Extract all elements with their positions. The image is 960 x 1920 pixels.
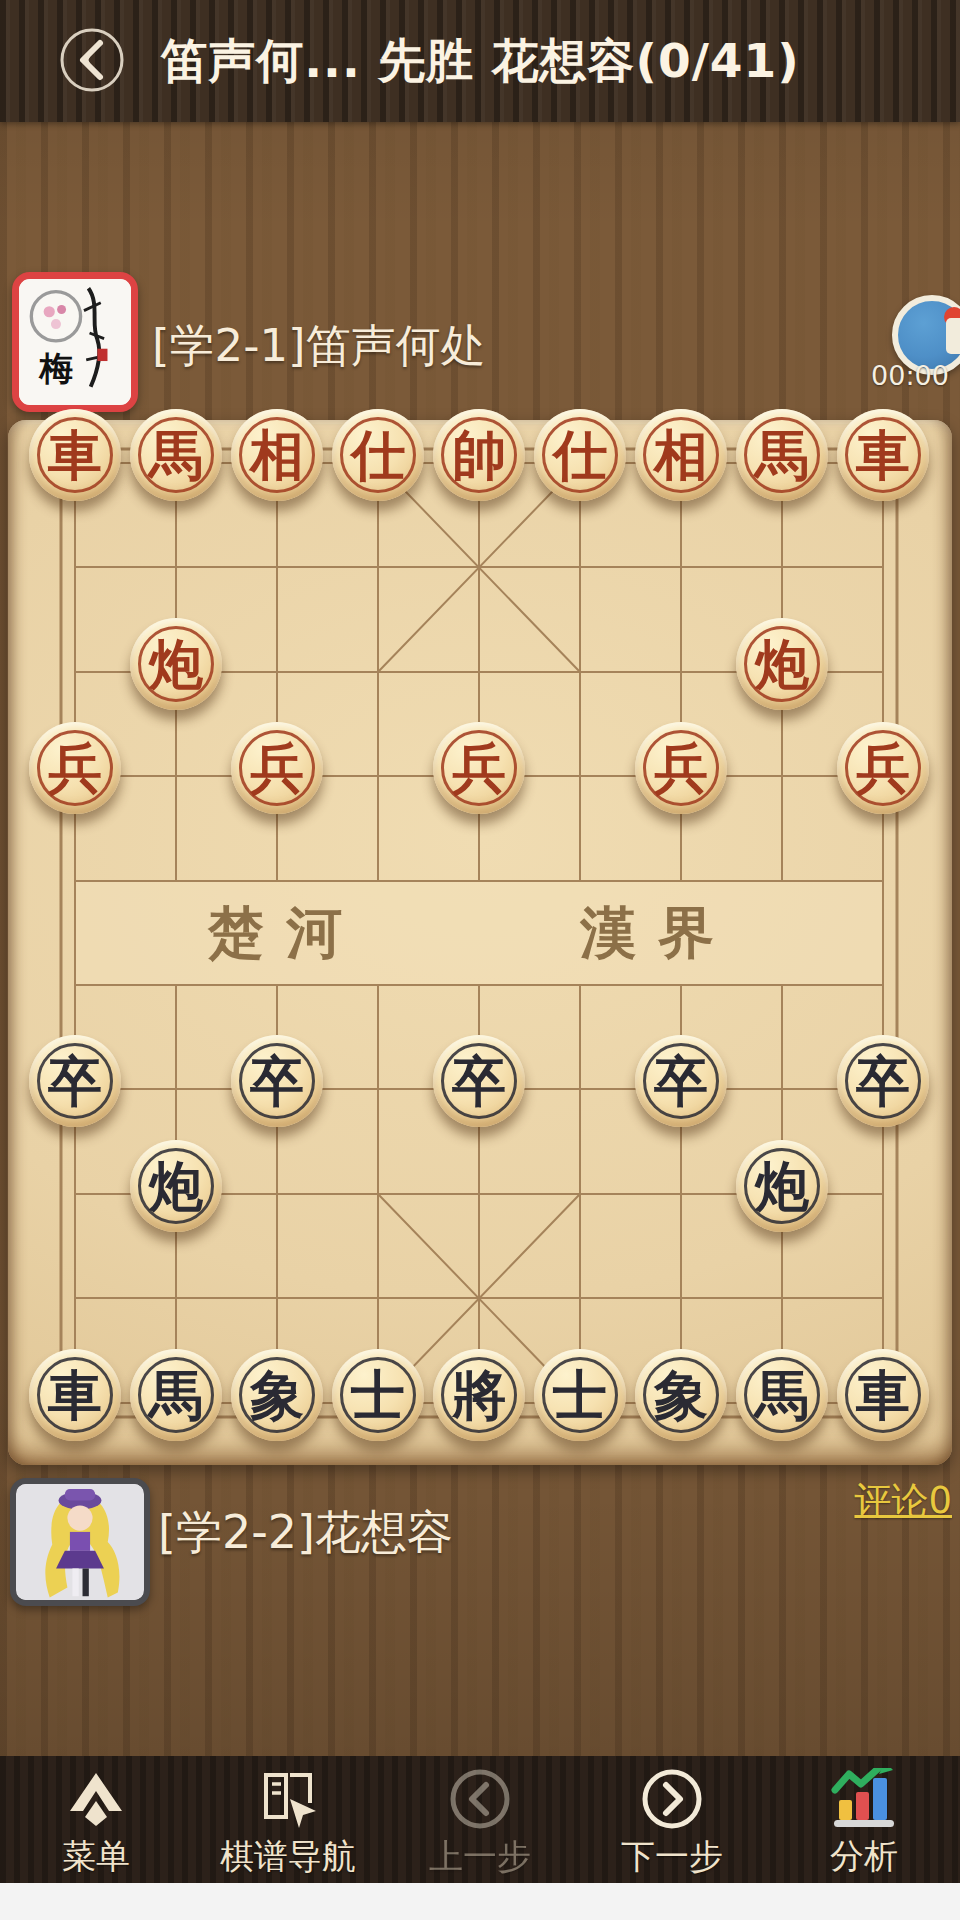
piece-black-cannon[interactable]: 炮 xyxy=(130,1140,222,1232)
nav-analysis-label: 分析 xyxy=(830,1834,898,1880)
bottom-player-avatar[interactable] xyxy=(10,1478,150,1606)
piece-red-advisor[interactable]: 仕 xyxy=(332,409,424,501)
svg-text:梅: 梅 xyxy=(38,348,73,388)
piece-black-rook[interactable]: 車 xyxy=(29,1349,121,1441)
river-label-right: 漢界 xyxy=(579,899,736,965)
book-navigation-icon xyxy=(256,1766,320,1832)
piece-glyph: 象 xyxy=(250,1349,304,1441)
piece-glyph: 兵 xyxy=(452,722,506,814)
piece-glyph: 兵 xyxy=(48,722,102,814)
piece-glyph: 將 xyxy=(452,1349,506,1441)
piece-red-elephant[interactable]: 相 xyxy=(635,409,727,501)
nav-next-step-button[interactable]: 下一步 xyxy=(576,1756,768,1883)
piece-red-horse[interactable]: 馬 xyxy=(130,409,222,501)
piece-black-rook[interactable]: 車 xyxy=(837,1349,929,1441)
title-bar: 笛声何... 先胜 花想容(0/41) xyxy=(0,0,960,122)
piece-red-pawn[interactable]: 兵 xyxy=(433,722,525,814)
piece-black-advisor[interactable]: 士 xyxy=(534,1349,626,1441)
piece-glyph: 兵 xyxy=(654,722,708,814)
plum-blossom-avatar-art: 梅 xyxy=(19,279,131,405)
piece-glyph: 馬 xyxy=(755,1349,809,1441)
piece-glyph: 相 xyxy=(654,409,708,501)
timer-side-tab xyxy=(946,318,960,354)
anime-girl-avatar-art xyxy=(16,1484,144,1600)
nav-previous-step-label: 上一步 xyxy=(429,1834,531,1880)
piece-glyph: 馬 xyxy=(149,409,203,501)
system-gesture-bar xyxy=(0,1883,960,1920)
piece-glyph: 象 xyxy=(654,1349,708,1441)
river-label-left: 楚河 xyxy=(207,899,364,965)
piece-red-horse[interactable]: 馬 xyxy=(736,409,828,501)
xiangqi-board[interactable]: 楚河 漢界 xyxy=(8,420,952,1465)
top-player-name: [学2-1]笛声何处 xyxy=(152,316,486,376)
piece-glyph: 車 xyxy=(48,1349,102,1441)
nav-menu-button[interactable]: 菜单 xyxy=(0,1756,192,1883)
piece-red-cannon[interactable]: 炮 xyxy=(736,618,828,710)
piece-glyph: 卒 xyxy=(48,1035,102,1127)
nav-analysis-button[interactable]: 分析 xyxy=(768,1756,960,1883)
piece-red-pawn[interactable]: 兵 xyxy=(635,722,727,814)
board-grid: 楚河 漢界 xyxy=(8,420,952,1465)
piece-glyph: 士 xyxy=(351,1349,405,1441)
piece-glyph: 相 xyxy=(250,409,304,501)
piece-glyph: 帥 xyxy=(452,409,506,501)
piece-glyph: 馬 xyxy=(755,409,809,501)
piece-glyph: 炮 xyxy=(755,1140,809,1232)
timer-value: 00:00 xyxy=(862,360,958,391)
piece-glyph: 兵 xyxy=(250,722,304,814)
piece-glyph: 炮 xyxy=(149,618,203,710)
piece-glyph: 炮 xyxy=(755,618,809,710)
piece-glyph: 仕 xyxy=(351,409,405,501)
nav-next-step-label: 下一步 xyxy=(621,1834,723,1880)
piece-black-elephant[interactable]: 象 xyxy=(231,1349,323,1441)
bottom-player-name: [学2-2]花想容 xyxy=(158,1502,453,1564)
piece-black-pawn[interactable]: 卒 xyxy=(231,1035,323,1127)
page-title: 笛声何... 先胜 花想容(0/41) xyxy=(0,0,960,122)
menu-icon xyxy=(64,1766,128,1832)
piece-black-cannon[interactable]: 炮 xyxy=(736,1140,828,1232)
nav-menu-label: 菜单 xyxy=(62,1834,130,1880)
analysis-chart-icon xyxy=(831,1766,897,1832)
piece-red-pawn[interactable]: 兵 xyxy=(231,722,323,814)
piece-glyph: 士 xyxy=(553,1349,607,1441)
back-button[interactable] xyxy=(58,26,126,94)
piece-red-king[interactable]: 帥 xyxy=(433,409,525,501)
piece-black-horse[interactable]: 馬 xyxy=(130,1349,222,1441)
nav-game-record-label: 棋谱导航 xyxy=(220,1834,356,1880)
piece-black-elephant[interactable]: 象 xyxy=(635,1349,727,1441)
piece-glyph: 車 xyxy=(856,1349,910,1441)
comments-link[interactable]: 评论0 xyxy=(854,1476,952,1526)
piece-black-pawn[interactable]: 卒 xyxy=(635,1035,727,1127)
piece-glyph: 卒 xyxy=(250,1035,304,1127)
piece-glyph: 炮 xyxy=(149,1140,203,1232)
piece-glyph: 車 xyxy=(856,409,910,501)
piece-black-pawn[interactable]: 卒 xyxy=(837,1035,929,1127)
piece-red-rook[interactable]: 車 xyxy=(837,409,929,501)
next-step-icon xyxy=(640,1766,704,1832)
piece-red-cannon[interactable]: 炮 xyxy=(130,618,222,710)
piece-black-pawn[interactable]: 卒 xyxy=(433,1035,525,1127)
piece-black-king[interactable]: 將 xyxy=(433,1349,525,1441)
piece-glyph: 卒 xyxy=(856,1035,910,1127)
piece-red-advisor[interactable]: 仕 xyxy=(534,409,626,501)
piece-glyph: 卒 xyxy=(452,1035,506,1127)
piece-glyph: 卒 xyxy=(654,1035,708,1127)
piece-glyph: 馬 xyxy=(149,1349,203,1441)
piece-black-pawn[interactable]: 卒 xyxy=(29,1035,121,1127)
piece-glyph: 車 xyxy=(48,409,102,501)
back-arrow-icon xyxy=(58,26,126,94)
piece-black-horse[interactable]: 馬 xyxy=(736,1349,828,1441)
piece-red-pawn[interactable]: 兵 xyxy=(837,722,929,814)
nav-previous-step-button[interactable]: 上一步 xyxy=(384,1756,576,1883)
previous-step-icon xyxy=(448,1766,512,1832)
bottom-navbar: 菜单 棋谱导航 上一步 下一步 xyxy=(0,1756,960,1883)
nav-game-record-button[interactable]: 棋谱导航 xyxy=(192,1756,384,1883)
piece-glyph: 仕 xyxy=(553,409,607,501)
piece-red-rook[interactable]: 車 xyxy=(29,409,121,501)
piece-glyph: 兵 xyxy=(856,722,910,814)
top-player-avatar[interactable]: 梅 xyxy=(12,272,138,412)
piece-black-advisor[interactable]: 士 xyxy=(332,1349,424,1441)
piece-red-elephant[interactable]: 相 xyxy=(231,409,323,501)
piece-red-pawn[interactable]: 兵 xyxy=(29,722,121,814)
